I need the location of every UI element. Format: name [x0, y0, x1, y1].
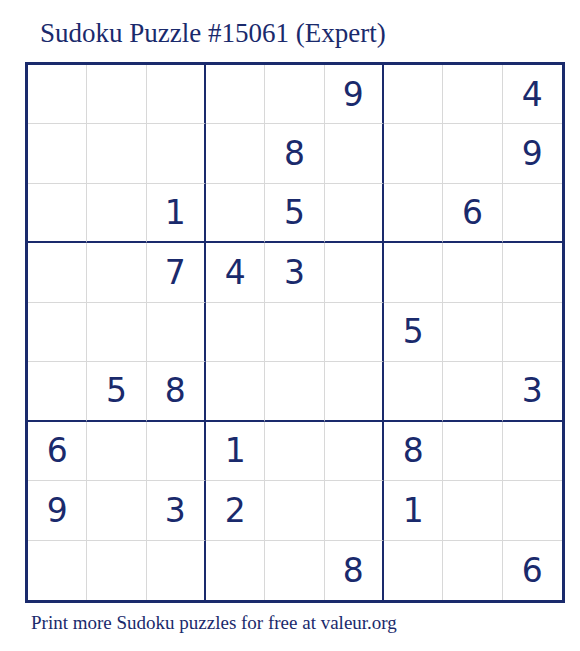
cell-r8c4: 2	[206, 481, 265, 540]
cell-r5c9[interactable]	[503, 303, 562, 362]
cell-r1c3[interactable]	[147, 65, 206, 124]
cell-r6c8[interactable]	[443, 362, 502, 421]
cell-r2c8[interactable]	[443, 124, 502, 183]
cell-r4c2[interactable]	[87, 243, 146, 302]
cell-r4c7[interactable]	[384, 243, 443, 302]
cell-r1c7[interactable]	[384, 65, 443, 124]
cell-r7c5[interactable]	[265, 422, 324, 481]
cell-r3c9[interactable]	[503, 184, 562, 243]
cell-r5c2[interactable]	[87, 303, 146, 362]
cell-r1c5[interactable]	[265, 65, 324, 124]
cell-r8c1: 9	[28, 481, 87, 540]
cell-r6c9: 3	[503, 362, 562, 421]
cell-r1c8[interactable]	[443, 65, 502, 124]
cell-r4c9[interactable]	[503, 243, 562, 302]
cell-r5c7: 5	[384, 303, 443, 362]
cell-r2c2[interactable]	[87, 124, 146, 183]
cell-r9c3[interactable]	[147, 541, 206, 600]
cell-r9c7[interactable]	[384, 541, 443, 600]
cell-r8c3: 3	[147, 481, 206, 540]
cell-r7c3[interactable]	[147, 422, 206, 481]
cell-r4c8[interactable]	[443, 243, 502, 302]
cell-r1c1[interactable]	[28, 65, 87, 124]
cell-r8c8[interactable]	[443, 481, 502, 540]
cell-r3c8: 6	[443, 184, 502, 243]
sudoku-grid: 94891567435583618932186	[25, 62, 565, 603]
cell-r3c5: 5	[265, 184, 324, 243]
cell-r5c8[interactable]	[443, 303, 502, 362]
cell-r3c7[interactable]	[384, 184, 443, 243]
cell-r4c3: 7	[147, 243, 206, 302]
cell-r5c3[interactable]	[147, 303, 206, 362]
cell-r4c4: 4	[206, 243, 265, 302]
cell-r3c2[interactable]	[87, 184, 146, 243]
cell-r6c1[interactable]	[28, 362, 87, 421]
cell-r9c2[interactable]	[87, 541, 146, 600]
cell-r9c5[interactable]	[265, 541, 324, 600]
cell-r5c1[interactable]	[28, 303, 87, 362]
cell-r2c1[interactable]	[28, 124, 87, 183]
cell-r2c3[interactable]	[147, 124, 206, 183]
cell-r2c7[interactable]	[384, 124, 443, 183]
cell-r8c9[interactable]	[503, 481, 562, 540]
cell-r3c4[interactable]	[206, 184, 265, 243]
cell-r6c5[interactable]	[265, 362, 324, 421]
cell-r7c6[interactable]	[325, 422, 384, 481]
cell-r9c8[interactable]	[443, 541, 502, 600]
cell-r3c6[interactable]	[325, 184, 384, 243]
cell-r1c4[interactable]	[206, 65, 265, 124]
cell-r4c6[interactable]	[325, 243, 384, 302]
cell-r6c6[interactable]	[325, 362, 384, 421]
cell-r8c2[interactable]	[87, 481, 146, 540]
cell-r5c5[interactable]	[265, 303, 324, 362]
cell-r7c8[interactable]	[443, 422, 502, 481]
cell-r4c1[interactable]	[28, 243, 87, 302]
cell-r5c6[interactable]	[325, 303, 384, 362]
cell-r8c5[interactable]	[265, 481, 324, 540]
cell-r7c1: 6	[28, 422, 87, 481]
cell-r5c4[interactable]	[206, 303, 265, 362]
cell-r2c5: 8	[265, 124, 324, 183]
cell-r9c6: 8	[325, 541, 384, 600]
cell-r3c1[interactable]	[28, 184, 87, 243]
cell-r8c7: 1	[384, 481, 443, 540]
cell-r2c9: 9	[503, 124, 562, 183]
cell-r7c7: 8	[384, 422, 443, 481]
cell-r7c4: 1	[206, 422, 265, 481]
cell-r6c4[interactable]	[206, 362, 265, 421]
cell-r7c2[interactable]	[87, 422, 146, 481]
cell-r9c1[interactable]	[28, 541, 87, 600]
puzzle-title: Sudoku Puzzle #15061 (Expert)	[40, 18, 386, 49]
cell-r9c4[interactable]	[206, 541, 265, 600]
cell-r7c9[interactable]	[503, 422, 562, 481]
cell-r1c9: 4	[503, 65, 562, 124]
cell-r9c9: 6	[503, 541, 562, 600]
cell-r6c3: 8	[147, 362, 206, 421]
cell-r1c2[interactable]	[87, 65, 146, 124]
footer-note: Print more Sudoku puzzles for free at va…	[31, 612, 397, 634]
cell-r2c4[interactable]	[206, 124, 265, 183]
cell-r2c6[interactable]	[325, 124, 384, 183]
cell-r1c6: 9	[325, 65, 384, 124]
cell-r4c5: 3	[265, 243, 324, 302]
sudoku-page: Sudoku Puzzle #15061 (Expert) 9489156743…	[0, 0, 580, 651]
cell-r3c3: 1	[147, 184, 206, 243]
cell-r6c2: 5	[87, 362, 146, 421]
cell-r8c6[interactable]	[325, 481, 384, 540]
cell-r6c7[interactable]	[384, 362, 443, 421]
